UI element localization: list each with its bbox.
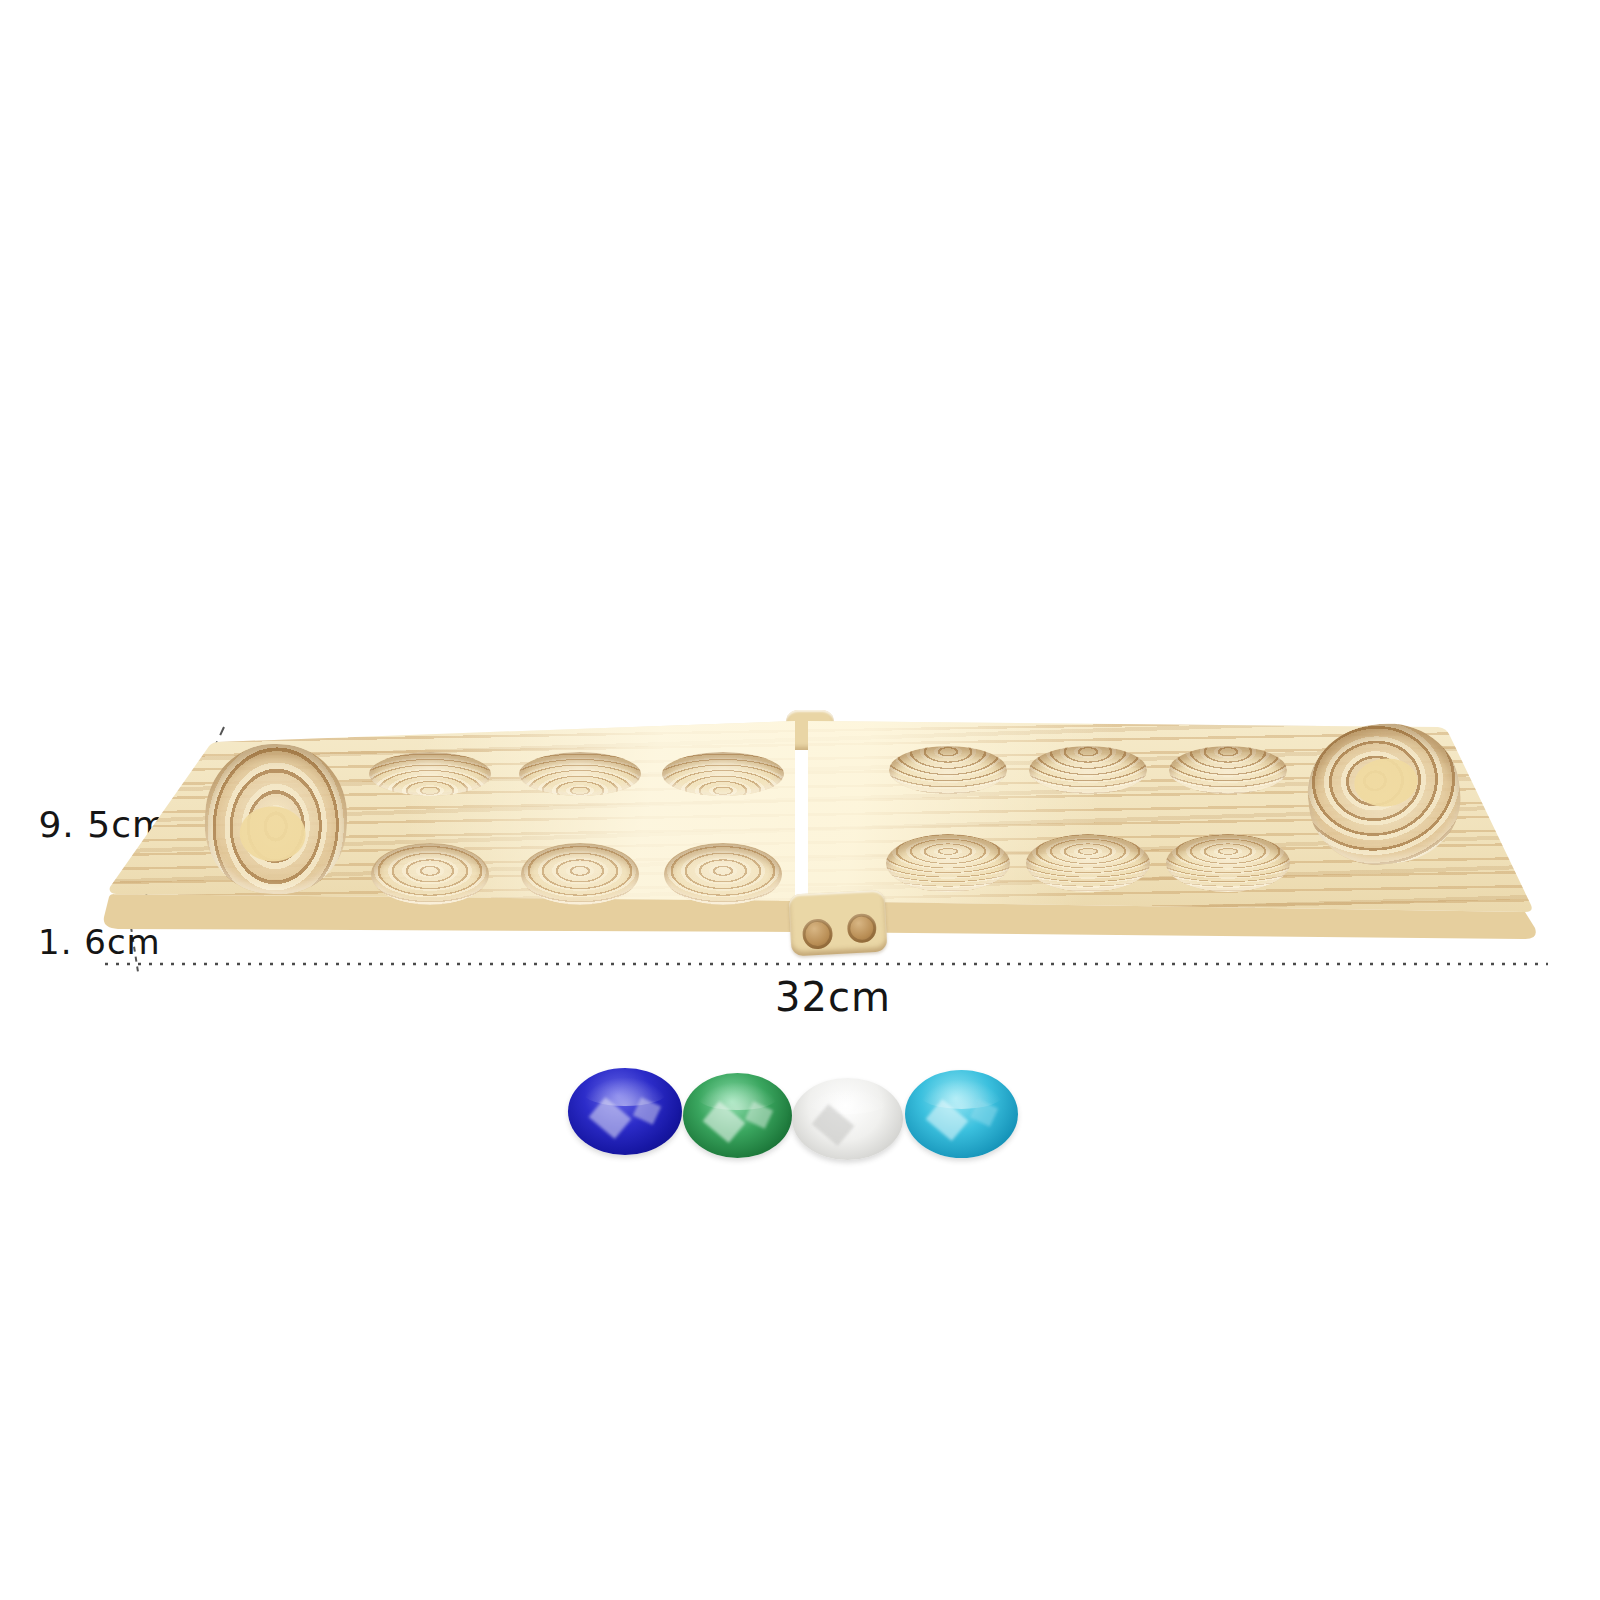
pit-top-1 (369, 752, 491, 796)
pit-top-5 (1029, 746, 1147, 794)
pit-bottom-5 (1026, 834, 1150, 892)
hinge-screw-1 (802, 918, 834, 950)
pit-bottom-2 (521, 843, 639, 905)
glare (582, 1077, 669, 1107)
hinge-block (788, 890, 887, 957)
hinge-screw-2 (847, 913, 877, 943)
glare (919, 1079, 1005, 1109)
pit-top-3 (662, 752, 784, 796)
product-photo: 9. 5cm 1. 6cm 32cm (0, 0, 1600, 1600)
store-left (202, 742, 349, 897)
width-dimension-label: 32cm (758, 974, 908, 1020)
blue-glass-stone (568, 1068, 682, 1155)
cyan-glass-stone (905, 1070, 1018, 1158)
pit-bottom-6 (1166, 834, 1290, 892)
pit-bottom-1 (371, 843, 489, 905)
clear-glass-stone (792, 1078, 903, 1160)
pit-top-4 (889, 746, 1007, 794)
glare (805, 1086, 889, 1114)
pit-top-6 (1169, 746, 1287, 794)
pit-bottom-3 (664, 843, 782, 905)
mancala-board (90, 700, 1560, 960)
green-glass-stone (683, 1073, 792, 1158)
pit-top-2 (519, 752, 641, 796)
glare (696, 1082, 779, 1111)
pit-bottom-4 (886, 834, 1010, 892)
